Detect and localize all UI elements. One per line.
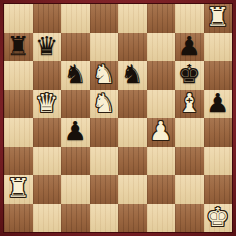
square-f2[interactable]	[147, 175, 176, 204]
square-b3[interactable]	[33, 147, 62, 176]
square-g1[interactable]	[175, 204, 204, 233]
square-e6[interactable]: ♞	[118, 61, 147, 90]
piece-white-pawn-f4[interactable]: ♟	[149, 118, 172, 144]
square-a5[interactable]	[4, 90, 33, 119]
piece-white-rook-a2[interactable]: ♜	[7, 175, 30, 201]
square-a6[interactable]	[4, 61, 33, 90]
square-f7[interactable]	[147, 33, 176, 62]
square-c7[interactable]	[61, 33, 90, 62]
square-f4[interactable]: ♟	[147, 118, 176, 147]
square-g2[interactable]	[175, 175, 204, 204]
square-d1[interactable]	[90, 204, 119, 233]
square-c1[interactable]	[61, 204, 90, 233]
square-a3[interactable]	[4, 147, 33, 176]
square-g7[interactable]: ♟	[175, 33, 204, 62]
piece-white-knight-d5[interactable]: ♞	[92, 90, 115, 116]
square-g4[interactable]	[175, 118, 204, 147]
square-h8[interactable]: ♜	[204, 4, 233, 33]
square-b2[interactable]	[33, 175, 62, 204]
square-d7[interactable]	[90, 33, 119, 62]
piece-white-bishop-g5[interactable]: ♝	[178, 90, 201, 116]
square-f3[interactable]	[147, 147, 176, 176]
square-e4[interactable]	[118, 118, 147, 147]
square-d6[interactable]: ♞	[90, 61, 119, 90]
piece-white-queen-b5[interactable]: ♛	[35, 90, 58, 116]
square-d5[interactable]: ♞	[90, 90, 119, 119]
piece-white-king-h1[interactable]: ♚	[206, 204, 229, 230]
square-b5[interactable]: ♛	[33, 90, 62, 119]
square-c6[interactable]: ♞	[61, 61, 90, 90]
piece-black-king-g6[interactable]: ♚	[178, 61, 201, 87]
square-c8[interactable]	[61, 4, 90, 33]
square-c3[interactable]	[61, 147, 90, 176]
square-f1[interactable]	[147, 204, 176, 233]
piece-black-pawn-h5[interactable]: ♟	[206, 90, 229, 116]
square-g6[interactable]: ♚	[175, 61, 204, 90]
square-g8[interactable]	[175, 4, 204, 33]
piece-black-knight-c6[interactable]: ♞	[64, 61, 87, 87]
square-e7[interactable]	[118, 33, 147, 62]
square-a4[interactable]	[4, 118, 33, 147]
square-c4[interactable]: ♟	[61, 118, 90, 147]
piece-black-pawn-g7[interactable]: ♟	[178, 33, 201, 59]
square-e5[interactable]	[118, 90, 147, 119]
square-a1[interactable]	[4, 204, 33, 233]
square-b8[interactable]	[33, 4, 62, 33]
piece-white-rook-h8[interactable]: ♜	[206, 4, 229, 30]
piece-black-pawn-c4[interactable]: ♟	[64, 118, 87, 144]
board-frame: ♜♜♛♟♞♞♞♚♛♞♝♟♟♟♜♚	[0, 0, 236, 236]
chess-board: ♜♜♛♟♞♞♞♚♛♞♝♟♟♟♜♚	[4, 4, 232, 232]
square-h6[interactable]	[204, 61, 233, 90]
square-f8[interactable]	[147, 4, 176, 33]
square-a7[interactable]: ♜	[4, 33, 33, 62]
square-a8[interactable]	[4, 4, 33, 33]
piece-black-queen-b7[interactable]: ♛	[35, 33, 58, 59]
square-h1[interactable]: ♚	[204, 204, 233, 233]
square-c2[interactable]	[61, 175, 90, 204]
square-f6[interactable]	[147, 61, 176, 90]
square-a2[interactable]: ♜	[4, 175, 33, 204]
square-e3[interactable]	[118, 147, 147, 176]
square-h2[interactable]	[204, 175, 233, 204]
square-b7[interactable]: ♛	[33, 33, 62, 62]
square-g3[interactable]	[175, 147, 204, 176]
square-e2[interactable]	[118, 175, 147, 204]
square-h4[interactable]	[204, 118, 233, 147]
square-e8[interactable]	[118, 4, 147, 33]
square-d3[interactable]	[90, 147, 119, 176]
square-h3[interactable]	[204, 147, 233, 176]
square-h7[interactable]	[204, 33, 233, 62]
square-b4[interactable]	[33, 118, 62, 147]
square-f5[interactable]	[147, 90, 176, 119]
piece-white-knight-d6[interactable]: ♞	[92, 61, 115, 87]
square-b1[interactable]	[33, 204, 62, 233]
square-d4[interactable]	[90, 118, 119, 147]
square-c5[interactable]	[61, 90, 90, 119]
piece-black-rook-a7[interactable]: ♜	[7, 33, 30, 59]
square-d2[interactable]	[90, 175, 119, 204]
piece-black-knight-e6[interactable]: ♞	[121, 61, 144, 87]
square-d8[interactable]	[90, 4, 119, 33]
square-e1[interactable]	[118, 204, 147, 233]
square-b6[interactable]	[33, 61, 62, 90]
square-h5[interactable]: ♟	[204, 90, 233, 119]
square-g5[interactable]: ♝	[175, 90, 204, 119]
